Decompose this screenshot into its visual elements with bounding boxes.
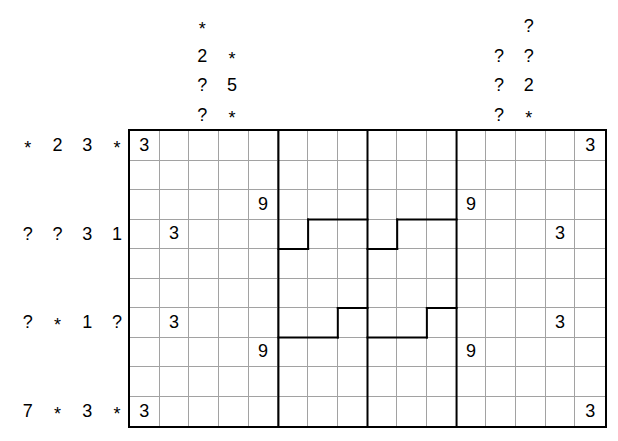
cell-r6c13[interactable]	[486, 279, 516, 309]
cell-r6c11[interactable]	[427, 279, 457, 309]
cell-r1c9[interactable]	[368, 131, 398, 161]
top-clue-col14-slot1: ?	[514, 12, 544, 42]
top-clue-col3-slot2: 2	[187, 42, 217, 72]
cell-r6c15[interactable]	[546, 279, 576, 309]
cell-r1c6[interactable]	[278, 131, 308, 161]
cell-r10c6[interactable]	[278, 397, 308, 427]
cell-r3c1[interactable]	[130, 190, 160, 220]
cell-r2c8[interactable]	[338, 161, 368, 191]
cell-r3c14[interactable]	[516, 190, 546, 220]
cell-r2c3[interactable]	[189, 161, 219, 191]
puzzle-board: 339933339933	[128, 129, 607, 428]
cell-r3c2[interactable]	[160, 190, 190, 220]
cell-r7c2-given: 3	[160, 308, 190, 338]
cell-r2c4[interactable]	[219, 161, 249, 191]
left-clue-row7-slot2: *	[43, 311, 73, 341]
cell-r1c2[interactable]	[160, 131, 190, 161]
cell-r4c13[interactable]	[486, 220, 516, 250]
cell-r5c16[interactable]	[575, 249, 605, 279]
cell-r4c15-given: 3	[546, 220, 576, 250]
cell-r2c9[interactable]	[368, 161, 398, 191]
cell-r4c16[interactable]	[575, 220, 605, 250]
puzzle-page: *2??*5*?????2* *23*??31?*1?7*3* 33993333…	[0, 0, 618, 441]
cell-r5c14[interactable]	[516, 249, 546, 279]
cell-r10c14[interactable]	[516, 397, 546, 427]
cell-r7c12[interactable]	[457, 308, 487, 338]
cell-r10c11[interactable]	[427, 397, 457, 427]
cell-r4c4[interactable]	[219, 220, 249, 250]
top-clue-col13-slot4: ?	[484, 101, 514, 131]
cell-r2c11[interactable]	[427, 161, 457, 191]
cell-r8c10[interactable]	[397, 338, 427, 368]
cell-r1c3[interactable]	[189, 131, 219, 161]
cell-r4c12[interactable]	[457, 220, 487, 250]
cell-r10c16-given: 3	[575, 397, 605, 427]
cell-r7c16[interactable]	[575, 308, 605, 338]
cell-r3c6[interactable]	[278, 190, 308, 220]
cell-r1c7[interactable]	[308, 131, 338, 161]
cell-r2c15[interactable]	[546, 161, 576, 191]
cell-r8c9[interactable]	[368, 338, 398, 368]
cell-r9c6[interactable]	[278, 367, 308, 397]
cell-r3c10[interactable]	[397, 190, 427, 220]
cell-r10c1-given: 3	[130, 397, 160, 427]
cell-r9c3[interactable]	[189, 367, 219, 397]
cell-r6c8[interactable]	[338, 279, 368, 309]
top-clue-col3-slot1: *	[187, 15, 217, 45]
cell-r5c15[interactable]	[546, 249, 576, 279]
left-clue-row7-slot3: 1	[72, 308, 102, 338]
left-clue-row10-slot1: 7	[13, 397, 43, 427]
cell-r8c5-given: 9	[249, 338, 279, 368]
cell-r7c3[interactable]	[189, 308, 219, 338]
cell-r9c16[interactable]	[575, 367, 605, 397]
cell-r1c13[interactable]	[486, 131, 516, 161]
cell-r10c5[interactable]	[249, 397, 279, 427]
cell-r8c2[interactable]	[160, 338, 190, 368]
cell-r6c7[interactable]	[308, 279, 338, 309]
left-clue-row4-slot1: ?	[13, 220, 43, 250]
cell-r5c3[interactable]	[189, 249, 219, 279]
cell-r1c10[interactable]	[397, 131, 427, 161]
cell-r2c16[interactable]	[575, 161, 605, 191]
cell-r5c9[interactable]	[368, 249, 398, 279]
cell-r4c8[interactable]	[338, 220, 368, 250]
cell-r6c5[interactable]	[249, 279, 279, 309]
left-clue-row10-slot3: 3	[72, 397, 102, 427]
cell-r9c9[interactable]	[368, 367, 398, 397]
cell-r2c6[interactable]	[278, 161, 308, 191]
left-clues: *23*??31?*1?7*3*	[13, 131, 132, 426]
cell-r9c10[interactable]	[397, 367, 427, 397]
cell-r1c16-given: 3	[575, 131, 605, 161]
cell-r5c5[interactable]	[249, 249, 279, 279]
cell-r7c1[interactable]	[130, 308, 160, 338]
cell-r9c12[interactable]	[457, 367, 487, 397]
cell-r7c10[interactable]	[397, 308, 427, 338]
cell-r9c5[interactable]	[249, 367, 279, 397]
cell-r6c4[interactable]	[219, 279, 249, 309]
top-clue-col13-slot3: ?	[484, 71, 514, 101]
cell-r1c14[interactable]	[516, 131, 546, 161]
cell-r9c2[interactable]	[160, 367, 190, 397]
cell-r10c4[interactable]	[219, 397, 249, 427]
cell-r2c7[interactable]	[308, 161, 338, 191]
left-clue-row4-slot3: 3	[72, 220, 102, 250]
cell-r7c9[interactable]	[368, 308, 398, 338]
cell-r8c16[interactable]	[575, 338, 605, 368]
cell-r6c16[interactable]	[575, 279, 605, 309]
cell-r4c3[interactable]	[189, 220, 219, 250]
cell-r3c12-given: 9	[457, 190, 487, 220]
cell-r1c4[interactable]	[219, 131, 249, 161]
left-clue-row1-slot3: 3	[72, 131, 102, 161]
left-clue-row1-slot2: 2	[43, 131, 73, 161]
cell-r2c10[interactable]	[397, 161, 427, 191]
cell-r2c12[interactable]	[457, 161, 487, 191]
cell-r8c7[interactable]	[308, 338, 338, 368]
cell-r8c1[interactable]	[130, 338, 160, 368]
cell-r5c6[interactable]	[278, 249, 308, 279]
cell-r9c8[interactable]	[338, 367, 368, 397]
left-clue-row7-slot1: ?	[13, 308, 43, 338]
cell-r9c13[interactable]	[486, 367, 516, 397]
cell-r9c1[interactable]	[130, 367, 160, 397]
cell-r6c3[interactable]	[189, 279, 219, 309]
cell-r8c12-given: 9	[457, 338, 487, 368]
cell-r7c6[interactable]	[278, 308, 308, 338]
cell-r7c7[interactable]	[308, 308, 338, 338]
top-clue-col4-slot3: 5	[217, 71, 247, 101]
cell-r3c16[interactable]	[575, 190, 605, 220]
cell-r4c5[interactable]	[249, 220, 279, 250]
cell-r10c13[interactable]	[486, 397, 516, 427]
top-clue-col4-slot2: *	[217, 45, 247, 75]
cell-r5c8[interactable]	[338, 249, 368, 279]
cell-r7c4[interactable]	[219, 308, 249, 338]
cell-r3c13[interactable]	[486, 190, 516, 220]
cell-r2c1[interactable]	[130, 161, 160, 191]
cell-r5c13[interactable]	[486, 249, 516, 279]
cell-r2c14[interactable]	[516, 161, 546, 191]
cell-r7c11[interactable]	[427, 308, 457, 338]
cell-r10c7[interactable]	[308, 397, 338, 427]
cell-grid: 339933339933	[130, 131, 605, 426]
top-clue-col14-slot2: ?	[514, 42, 544, 72]
cell-r3c3[interactable]	[189, 190, 219, 220]
cell-r5c10[interactable]	[397, 249, 427, 279]
cell-r9c15[interactable]	[546, 367, 576, 397]
cell-r4c11[interactable]	[427, 220, 457, 250]
left-clue-row1-slot1: *	[13, 134, 43, 164]
cell-r5c11[interactable]	[427, 249, 457, 279]
cell-r5c7[interactable]	[308, 249, 338, 279]
cell-r7c5[interactable]	[249, 308, 279, 338]
cell-r10c8[interactable]	[338, 397, 368, 427]
cell-r8c11[interactable]	[427, 338, 457, 368]
cell-r8c4[interactable]	[219, 338, 249, 368]
cell-r8c13[interactable]	[486, 338, 516, 368]
cell-r7c14[interactable]	[516, 308, 546, 338]
top-clues: *2??*5*?????2*	[128, 12, 603, 130]
cell-r6c9[interactable]	[368, 279, 398, 309]
left-clue-row10-slot2: *	[43, 400, 73, 430]
cell-r9c4[interactable]	[219, 367, 249, 397]
cell-r1c12[interactable]	[457, 131, 487, 161]
cell-r7c15-given: 3	[546, 308, 576, 338]
cell-r10c12[interactable]	[457, 397, 487, 427]
cell-r1c8[interactable]	[338, 131, 368, 161]
left-clue-row4-slot2: ?	[43, 220, 73, 250]
cell-r5c12[interactable]	[457, 249, 487, 279]
cell-r1c5[interactable]	[249, 131, 279, 161]
cell-r6c2[interactable]	[160, 279, 190, 309]
top-clue-col13-slot2: ?	[484, 42, 514, 72]
cell-r8c15[interactable]	[546, 338, 576, 368]
cell-r8c8[interactable]	[338, 338, 368, 368]
cell-r4c9[interactable]	[368, 220, 398, 250]
cell-r9c11[interactable]	[427, 367, 457, 397]
cell-r7c13[interactable]	[486, 308, 516, 338]
cell-r6c12[interactable]	[457, 279, 487, 309]
cell-r8c14[interactable]	[516, 338, 546, 368]
cell-r3c5-given: 9	[249, 190, 279, 220]
cell-r1c11[interactable]	[427, 131, 457, 161]
cell-r2c5[interactable]	[249, 161, 279, 191]
top-clue-col3-slot3: ?	[187, 71, 217, 101]
cell-r7c8[interactable]	[338, 308, 368, 338]
cell-r4c7[interactable]	[308, 220, 338, 250]
cell-r10c9[interactable]	[368, 397, 398, 427]
cell-r10c2[interactable]	[160, 397, 190, 427]
cell-r1c15[interactable]	[546, 131, 576, 161]
cell-r10c15[interactable]	[546, 397, 576, 427]
cell-r2c13[interactable]	[486, 161, 516, 191]
cell-r3c8[interactable]	[338, 190, 368, 220]
cell-r1c1-given: 3	[130, 131, 160, 161]
cell-r9c14[interactable]	[516, 367, 546, 397]
cell-r4c6[interactable]	[278, 220, 308, 250]
cell-r4c14[interactable]	[516, 220, 546, 250]
cell-r6c10[interactable]	[397, 279, 427, 309]
top-clue-col3-slot4: ?	[187, 101, 217, 131]
cell-r6c1[interactable]	[130, 279, 160, 309]
cell-r4c2-given: 3	[160, 220, 190, 250]
cell-r9c7[interactable]	[308, 367, 338, 397]
cell-r4c10[interactable]	[397, 220, 427, 250]
cell-r10c3[interactable]	[189, 397, 219, 427]
cell-r5c1[interactable]	[130, 249, 160, 279]
cell-r6c14[interactable]	[516, 279, 546, 309]
cell-r5c4[interactable]	[219, 249, 249, 279]
cell-r2c2[interactable]	[160, 161, 190, 191]
cell-r10c10[interactable]	[397, 397, 427, 427]
cell-r4c1[interactable]	[130, 220, 160, 250]
top-clue-col14-slot3: 2	[514, 71, 544, 101]
cell-r3c7[interactable]	[308, 190, 338, 220]
cell-r3c4[interactable]	[219, 190, 249, 220]
cell-r8c3[interactable]	[189, 338, 219, 368]
cell-r3c9[interactable]	[368, 190, 398, 220]
cell-r6c6[interactable]	[278, 279, 308, 309]
cell-r8c6[interactable]	[278, 338, 308, 368]
cell-r3c15[interactable]	[546, 190, 576, 220]
cell-r3c11[interactable]	[427, 190, 457, 220]
cell-r5c2[interactable]	[160, 249, 190, 279]
